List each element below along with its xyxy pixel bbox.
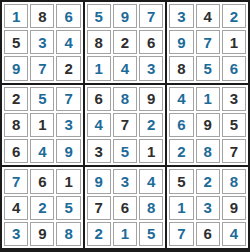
cell-r9c1[interactable]: 3 <box>4 222 28 246</box>
cell-r6c7[interactable]: 2 <box>169 139 193 163</box>
box-3-2: 934768215 <box>85 167 166 248</box>
cell-r6c1[interactable]: 6 <box>4 139 28 163</box>
cell-r7c6[interactable]: 4 <box>139 169 163 193</box>
cell-r9c8[interactable]: 6 <box>196 222 220 246</box>
cell-r2c8[interactable]: 7 <box>196 30 220 54</box>
cell-r1c2[interactable]: 8 <box>30 4 54 28</box>
box-3-3: 528139764 <box>167 167 248 248</box>
cell-r1c7[interactable]: 3 <box>169 4 193 28</box>
cell-r2c6[interactable]: 6 <box>139 30 163 54</box>
box-2-2: 689472351 <box>85 85 166 166</box>
box-1-1: 186534972 <box>2 2 83 83</box>
cell-r3c6[interactable]: 3 <box>139 56 163 80</box>
cell-r7c7[interactable]: 5 <box>169 169 193 193</box>
cell-r6c9[interactable]: 7 <box>222 139 246 163</box>
cell-r2c5[interactable]: 2 <box>113 30 137 54</box>
cell-r4c7[interactable]: 4 <box>169 87 193 111</box>
box-2-3: 413695287 <box>167 85 248 166</box>
box-3-1: 761425398 <box>2 167 83 248</box>
cell-r4c6[interactable]: 9 <box>139 87 163 111</box>
cell-r4c5[interactable]: 8 <box>113 87 137 111</box>
cell-r9c5[interactable]: 1 <box>113 222 137 246</box>
cell-r2c9[interactable]: 1 <box>222 30 246 54</box>
cell-r9c7[interactable]: 7 <box>169 222 193 246</box>
cell-r8c9[interactable]: 9 <box>222 196 246 220</box>
cell-r5c8[interactable]: 9 <box>196 113 220 137</box>
cell-r1c6[interactable]: 7 <box>139 4 163 28</box>
cell-r1c3[interactable]: 6 <box>56 4 80 28</box>
cell-r4c8[interactable]: 1 <box>196 87 220 111</box>
cell-r7c3[interactable]: 1 <box>56 169 80 193</box>
cell-r7c2[interactable]: 6 <box>30 169 54 193</box>
cell-r2c3[interactable]: 4 <box>56 30 80 54</box>
cell-r5c6[interactable]: 2 <box>139 113 163 137</box>
cell-r8c1[interactable]: 4 <box>4 196 28 220</box>
cell-r5c9[interactable]: 5 <box>222 113 246 137</box>
cell-r3c9[interactable]: 6 <box>222 56 246 80</box>
cell-r5c1[interactable]: 8 <box>4 113 28 137</box>
box-1-2: 597826143 <box>85 2 166 83</box>
cell-r1c4[interactable]: 5 <box>87 4 111 28</box>
cell-r6c6[interactable]: 1 <box>139 139 163 163</box>
cell-r6c3[interactable]: 9 <box>56 139 80 163</box>
cell-r2c7[interactable]: 9 <box>169 30 193 54</box>
box-1-3: 342971856 <box>167 2 248 83</box>
cell-r4c4[interactable]: 6 <box>87 87 111 111</box>
cell-r4c1[interactable]: 2 <box>4 87 28 111</box>
cell-r8c2[interactable]: 2 <box>30 196 54 220</box>
cell-r7c9[interactable]: 8 <box>222 169 246 193</box>
cell-r9c9[interactable]: 4 <box>222 222 246 246</box>
cell-r9c6[interactable]: 5 <box>139 222 163 246</box>
cell-r7c1[interactable]: 7 <box>4 169 28 193</box>
cell-r1c9[interactable]: 2 <box>222 4 246 28</box>
cell-r8c4[interactable]: 7 <box>87 196 111 220</box>
cell-r8c8[interactable]: 3 <box>196 196 220 220</box>
box-2-1: 257813649 <box>2 85 83 166</box>
cell-r4c3[interactable]: 7 <box>56 87 80 111</box>
cell-r6c2[interactable]: 4 <box>30 139 54 163</box>
cell-r6c5[interactable]: 5 <box>113 139 137 163</box>
cell-r5c3[interactable]: 3 <box>56 113 80 137</box>
cell-r5c4[interactable]: 4 <box>87 113 111 137</box>
cell-r7c5[interactable]: 3 <box>113 169 137 193</box>
cell-r5c7[interactable]: 6 <box>169 113 193 137</box>
cell-r3c8[interactable]: 5 <box>196 56 220 80</box>
cell-r3c7[interactable]: 8 <box>169 56 193 80</box>
cell-r1c5[interactable]: 9 <box>113 4 137 28</box>
cell-r3c2[interactable]: 7 <box>30 56 54 80</box>
cell-r6c4[interactable]: 3 <box>87 139 111 163</box>
cell-r2c1[interactable]: 5 <box>4 30 28 54</box>
cell-r9c2[interactable]: 9 <box>30 222 54 246</box>
cell-r2c4[interactable]: 8 <box>87 30 111 54</box>
sudoku-board: 1865349725978261433429718562578136496894… <box>0 0 250 252</box>
cell-r7c4[interactable]: 9 <box>87 169 111 193</box>
cell-r9c3[interactable]: 8 <box>56 222 80 246</box>
cell-r4c2[interactable]: 5 <box>30 87 54 111</box>
cell-r3c1[interactable]: 9 <box>4 56 28 80</box>
cell-r8c7[interactable]: 1 <box>169 196 193 220</box>
cell-r1c1[interactable]: 1 <box>4 4 28 28</box>
cell-r8c5[interactable]: 6 <box>113 196 137 220</box>
cell-r1c8[interactable]: 4 <box>196 4 220 28</box>
cell-r2c2[interactable]: 3 <box>30 30 54 54</box>
cell-r9c4[interactable]: 2 <box>87 222 111 246</box>
cell-r3c4[interactable]: 1 <box>87 56 111 80</box>
cell-r7c8[interactable]: 2 <box>196 169 220 193</box>
cell-r4c9[interactable]: 3 <box>222 87 246 111</box>
cell-r5c5[interactable]: 7 <box>113 113 137 137</box>
cell-r3c5[interactable]: 4 <box>113 56 137 80</box>
cell-r8c6[interactable]: 8 <box>139 196 163 220</box>
cell-r3c3[interactable]: 2 <box>56 56 80 80</box>
cell-r5c2[interactable]: 1 <box>30 113 54 137</box>
cell-r8c3[interactable]: 5 <box>56 196 80 220</box>
cell-r6c8[interactable]: 8 <box>196 139 220 163</box>
